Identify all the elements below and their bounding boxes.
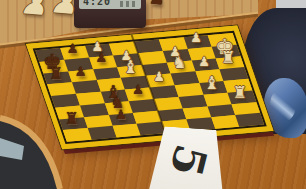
clock-display-right-partial [120,1,136,7]
table-number: 5 [160,139,217,181]
black-pawn[interactable]: ♟ [115,108,127,121]
white-rook[interactable]: ♜ [233,85,247,101]
square-a1[interactable] [236,113,265,127]
white-pawn[interactable]: ♟ [190,31,202,44]
white-pawn[interactable]: ♟ [153,70,165,83]
photo-scene: 4:20 ♟ ♟ ♟ ♟♟♟♚♟♟♟♚♜♟♝♞♟♜♟♝♟♝♞♜♜♟ 5 [0,0,306,189]
white-knight[interactable]: ♞ [172,55,186,71]
clock-display: 4:20 [83,0,111,7]
white-bishop[interactable]: ♝ [122,58,138,76]
black-pawn[interactable]: ♟ [96,51,108,64]
clock-lcd: 4:20 [79,0,141,9]
white-pawn[interactable]: ♟ [198,54,210,67]
black-pawn[interactable]: ♟ [67,42,79,55]
table-corner [0,112,92,189]
black-pawn[interactable]: ♟ [75,65,87,78]
square-a6[interactable] [112,124,141,138]
black-pawn[interactable]: ♟ [132,83,144,96]
black-rook[interactable]: ♜ [49,66,63,82]
white-bishop[interactable]: ♝ [204,74,220,92]
white-rook[interactable]: ♜ [221,50,235,66]
chess-clock[interactable]: 4:20 [74,0,146,28]
square-a2[interactable] [211,115,240,129]
